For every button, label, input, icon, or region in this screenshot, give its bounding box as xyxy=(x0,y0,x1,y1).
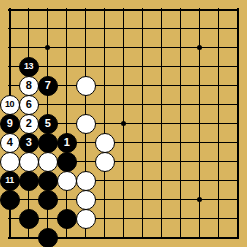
black-stone[interactable]: 1 xyxy=(57,133,77,153)
black-stone[interactable]: 9 xyxy=(0,114,20,134)
black-stone[interactable] xyxy=(19,209,39,229)
black-stone[interactable]: 13 xyxy=(19,57,39,77)
star-point xyxy=(197,197,202,202)
move-number: 3 xyxy=(26,137,32,148)
black-stone[interactable]: 3 xyxy=(19,133,39,153)
white-stone[interactable] xyxy=(38,152,58,172)
grid-line-vertical xyxy=(237,8,239,239)
grid-line-vertical xyxy=(161,8,162,239)
move-number: 1 xyxy=(64,137,70,148)
black-stone[interactable] xyxy=(19,171,39,191)
white-stone[interactable] xyxy=(95,133,115,153)
grid-line-vertical xyxy=(199,8,200,239)
grid-line-horizontal xyxy=(8,218,239,219)
star-point xyxy=(45,45,50,50)
white-stone[interactable] xyxy=(95,152,115,172)
black-stone[interactable] xyxy=(57,152,77,172)
go-board[interactable]: 138710692543111 xyxy=(0,0,247,247)
move-number: 6 xyxy=(26,99,32,110)
white-stone[interactable]: 8 xyxy=(19,76,39,96)
move-number: 10 xyxy=(5,100,14,109)
move-number: 4 xyxy=(7,137,13,148)
grid-line-vertical xyxy=(218,8,219,239)
white-stone[interactable] xyxy=(76,114,96,134)
white-stone[interactable]: 4 xyxy=(0,133,20,153)
black-stone[interactable] xyxy=(38,171,58,191)
grid-line-vertical xyxy=(180,8,181,239)
white-stone[interactable] xyxy=(76,190,96,210)
black-stone[interactable]: 5 xyxy=(38,114,58,134)
move-number: 13 xyxy=(24,62,33,71)
black-stone[interactable]: 7 xyxy=(38,76,58,96)
move-number: 11 xyxy=(5,176,14,185)
white-stone[interactable] xyxy=(76,171,96,191)
white-stone[interactable]: 10 xyxy=(0,95,20,115)
star-point xyxy=(121,121,126,126)
grid-line-vertical xyxy=(142,8,143,239)
move-number: 5 xyxy=(45,118,51,129)
move-number: 8 xyxy=(26,80,32,91)
black-stone[interactable]: 11 xyxy=(0,171,20,191)
white-stone[interactable] xyxy=(19,152,39,172)
star-point xyxy=(197,45,202,50)
move-number: 7 xyxy=(45,80,51,91)
white-stone[interactable] xyxy=(76,209,96,229)
white-stone[interactable] xyxy=(76,76,96,96)
black-stone[interactable] xyxy=(0,190,20,210)
white-stone[interactable]: 6 xyxy=(19,95,39,115)
black-stone[interactable] xyxy=(38,190,58,210)
black-stone[interactable] xyxy=(57,209,77,229)
white-stone[interactable] xyxy=(0,152,20,172)
black-stone[interactable] xyxy=(38,228,58,247)
white-stone[interactable]: 2 xyxy=(19,114,39,134)
black-stone[interactable] xyxy=(38,133,58,153)
move-number: 9 xyxy=(7,118,13,129)
move-number: 2 xyxy=(26,118,32,129)
white-stone[interactable] xyxy=(57,171,77,191)
